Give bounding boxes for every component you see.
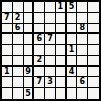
cell-r5c7-given[interactable]: 1	[67, 45, 78, 56]
cell-r3c4[interactable]	[34, 24, 45, 35]
cell-r9c1[interactable]	[2, 88, 13, 99]
cell-r4c8[interactable]	[77, 34, 88, 45]
cell-r8c5-given[interactable]: 3	[45, 77, 56, 88]
cell-r8c4-given[interactable]: 7	[34, 77, 45, 88]
cell-r8c6[interactable]	[56, 77, 67, 88]
cell-r3c6[interactable]	[56, 24, 67, 35]
cell-r7c4[interactable]	[34, 67, 45, 78]
cell-r6c1[interactable]	[2, 56, 13, 67]
cell-r7c6[interactable]	[56, 67, 67, 78]
cell-r2c7[interactable]	[67, 13, 78, 24]
cell-r8c1[interactable]	[2, 77, 13, 88]
cell-r3c2-given[interactable]: 6	[13, 24, 24, 35]
cell-r5c2[interactable]	[13, 45, 24, 56]
cell-r9c8[interactable]	[77, 88, 88, 99]
cell-r2c8[interactable]	[77, 13, 88, 24]
cell-r4c1[interactable]	[2, 34, 13, 45]
cell-r1c2[interactable]	[13, 2, 24, 13]
cell-r7c9[interactable]	[88, 67, 99, 78]
cell-r7c3-given[interactable]: 9	[24, 67, 35, 78]
cell-r9c4[interactable]	[34, 88, 45, 99]
cell-r3c5[interactable]	[45, 24, 56, 35]
cell-r2c4[interactable]	[34, 13, 45, 24]
cell-r6c7[interactable]	[67, 56, 78, 67]
cell-r1c9[interactable]	[88, 2, 99, 13]
cell-r9c6[interactable]	[56, 88, 67, 99]
cell-r2c6[interactable]	[56, 13, 67, 24]
cell-r3c1[interactable]	[2, 24, 13, 35]
cell-r2c3[interactable]	[24, 13, 35, 24]
cell-r8c8-given[interactable]: 6	[77, 77, 88, 88]
cell-r6c9[interactable]	[88, 56, 99, 67]
cell-r8c7[interactable]	[67, 77, 78, 88]
cell-r7c7-given[interactable]: 4	[67, 67, 78, 78]
cell-r7c8[interactable]	[77, 67, 88, 78]
cell-r7c5[interactable]	[45, 67, 56, 78]
cell-r9c9[interactable]	[88, 88, 99, 99]
cell-r4c7[interactable]	[67, 34, 78, 45]
cell-r4c4-given[interactable]: 6	[34, 34, 45, 45]
cell-r1c5[interactable]	[45, 2, 56, 13]
cell-r3c9[interactable]	[88, 24, 99, 35]
cell-r1c1[interactable]	[2, 2, 13, 13]
cell-r6c3[interactable]	[24, 56, 35, 67]
cell-r3c3[interactable]	[24, 24, 35, 35]
cell-r1c8[interactable]	[77, 2, 88, 13]
cell-r5c1[interactable]	[2, 45, 13, 56]
cell-r9c5[interactable]	[45, 88, 56, 99]
cell-r1c6-given[interactable]: 1	[56, 2, 67, 13]
cell-r1c3[interactable]	[24, 2, 35, 13]
sudoku-board: 15726867121947365	[0, 0, 101, 101]
cell-r8c2[interactable]	[13, 77, 24, 88]
cell-r4c5-given[interactable]: 7	[45, 34, 56, 45]
cell-r2c9[interactable]	[88, 13, 99, 24]
cell-r1c7-given[interactable]: 5	[67, 2, 78, 13]
cell-r9c2[interactable]	[13, 88, 24, 99]
cell-r4c3[interactable]	[24, 34, 35, 45]
cell-r5c4[interactable]	[34, 45, 45, 56]
cell-r3c8-given[interactable]: 8	[77, 24, 88, 35]
cell-r3c7[interactable]	[67, 24, 78, 35]
cell-r6c5[interactable]	[45, 56, 56, 67]
cell-r5c3[interactable]	[24, 45, 35, 56]
cell-r6c8[interactable]	[77, 56, 88, 67]
cell-r5c8[interactable]	[77, 45, 88, 56]
cell-r1c4[interactable]	[34, 2, 45, 13]
cell-r2c1-given[interactable]: 7	[2, 13, 13, 24]
cell-r5c5[interactable]	[45, 45, 56, 56]
cell-r9c3-given[interactable]: 5	[24, 88, 35, 99]
cell-r5c6[interactable]	[56, 45, 67, 56]
cell-r6c6[interactable]	[56, 56, 67, 67]
cell-r9c7[interactable]	[67, 88, 78, 99]
cell-r6c2[interactable]	[13, 56, 24, 67]
cell-r6c4-given[interactable]: 2	[34, 56, 45, 67]
cell-r5c9[interactable]	[88, 45, 99, 56]
cell-r7c2[interactable]	[13, 67, 24, 78]
cell-r7c1-given[interactable]: 1	[2, 67, 13, 78]
cell-r4c9[interactable]	[88, 34, 99, 45]
cell-r8c3[interactable]	[24, 77, 35, 88]
cell-r4c2[interactable]	[13, 34, 24, 45]
cell-r2c5[interactable]	[45, 13, 56, 24]
cell-r2c2-given[interactable]: 2	[13, 13, 24, 24]
cell-r8c9[interactable]	[88, 77, 99, 88]
cell-r4c6[interactable]	[56, 34, 67, 45]
